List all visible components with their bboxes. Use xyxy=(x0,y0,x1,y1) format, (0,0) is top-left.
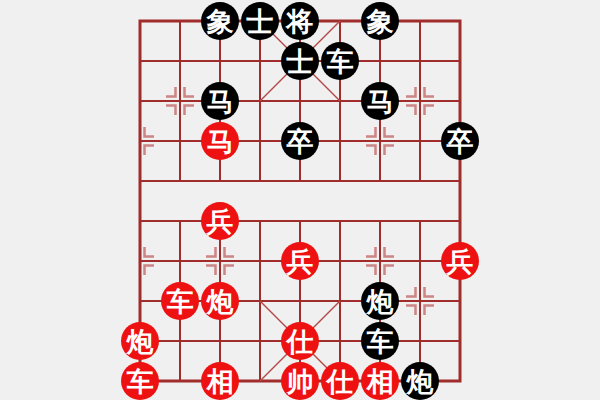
piece-red-6-9[interactable]: 相 xyxy=(361,362,399,400)
piece-red-0-9[interactable]: 车 xyxy=(121,362,159,400)
piece-red-4-8[interactable]: 仕 xyxy=(281,322,319,360)
pieces-layer: 象士将象士车马马马卒卒兵兵兵车炮炮炮仕车车相帅仕相炮 xyxy=(0,0,600,400)
piece-red-2-7[interactable]: 炮 xyxy=(201,282,239,320)
piece-black-4-3[interactable]: 卒 xyxy=(281,122,319,160)
piece-black-3-0[interactable]: 士 xyxy=(241,2,279,40)
xiangqi-app: 象士将象士车马马马卒卒兵兵兵车炮炮炮仕车车相帅仕相炮 xyxy=(0,0,600,400)
piece-red-2-9[interactable]: 相 xyxy=(201,362,239,400)
piece-black-6-7[interactable]: 炮 xyxy=(361,282,399,320)
piece-red-2-3[interactable]: 马 xyxy=(201,122,239,160)
piece-red-5-9[interactable]: 仕 xyxy=(321,362,359,400)
piece-red-2-5[interactable]: 兵 xyxy=(201,202,239,240)
piece-black-2-2[interactable]: 马 xyxy=(201,82,239,120)
piece-red-4-9[interactable]: 帅 xyxy=(281,362,319,400)
piece-black-4-0[interactable]: 将 xyxy=(281,2,319,40)
piece-black-4-1[interactable]: 士 xyxy=(281,42,319,80)
piece-black-6-0[interactable]: 象 xyxy=(361,2,399,40)
piece-black-6-8[interactable]: 车 xyxy=(361,322,399,360)
piece-black-6-2[interactable]: 马 xyxy=(361,82,399,120)
piece-red-8-6[interactable]: 兵 xyxy=(441,242,479,280)
piece-black-7-9[interactable]: 炮 xyxy=(401,362,439,400)
piece-red-0-8[interactable]: 炮 xyxy=(121,322,159,360)
piece-black-2-0[interactable]: 象 xyxy=(201,2,239,40)
piece-red-4-6[interactable]: 兵 xyxy=(281,242,319,280)
piece-black-5-1[interactable]: 车 xyxy=(321,42,359,80)
piece-red-1-7[interactable]: 车 xyxy=(161,282,199,320)
piece-black-8-3[interactable]: 卒 xyxy=(441,122,479,160)
